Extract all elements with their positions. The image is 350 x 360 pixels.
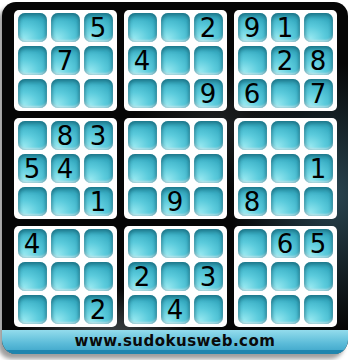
cell-r5c2[interactable]: 4 xyxy=(51,154,80,183)
cell-r3c5[interactable] xyxy=(161,79,190,108)
cell-r7c9[interactable]: 5 xyxy=(304,229,333,258)
cell-r5c4[interactable] xyxy=(128,154,157,183)
box-3-3: 65 xyxy=(234,226,337,327)
cell-r6c9[interactable] xyxy=(304,187,333,216)
cell-r1c8[interactable]: 1 xyxy=(271,13,300,42)
cell-r2c7[interactable] xyxy=(238,46,267,75)
cell-r1c3[interactable]: 5 xyxy=(84,13,113,42)
cell-r9c4[interactable] xyxy=(128,295,157,324)
cell-r8c6[interactable]: 3 xyxy=(194,262,223,291)
cell-r4c4[interactable] xyxy=(128,121,157,150)
cell-r3c9[interactable]: 7 xyxy=(304,79,333,108)
sudoku-board-plaque: 57249912867835419184223465 www.sudokuswe… xyxy=(2,2,348,354)
cell-r9c5[interactable]: 4 xyxy=(161,295,190,324)
cell-r4c5[interactable] xyxy=(161,121,190,150)
cell-r5c1[interactable]: 5 xyxy=(18,154,47,183)
cell-r9c6[interactable] xyxy=(194,295,223,324)
box-3-1: 42 xyxy=(14,226,117,327)
cell-r3c7[interactable]: 6 xyxy=(238,79,267,108)
cell-r7c4[interactable] xyxy=(128,229,157,258)
sudoku-grid: 57249912867835419184223465 xyxy=(14,10,337,327)
cell-r6c6[interactable] xyxy=(194,187,223,216)
cell-r5c3[interactable] xyxy=(84,154,113,183)
cell-r3c6[interactable]: 9 xyxy=(194,79,223,108)
cell-r8c5[interactable] xyxy=(161,262,190,291)
cell-r2c9[interactable]: 8 xyxy=(304,46,333,75)
cell-r2c6[interactable] xyxy=(194,46,223,75)
cell-r5c5[interactable] xyxy=(161,154,190,183)
cell-r9c7[interactable] xyxy=(238,295,267,324)
cell-r8c1[interactable] xyxy=(18,262,47,291)
cell-r9c9[interactable] xyxy=(304,295,333,324)
cell-r6c5[interactable]: 9 xyxy=(161,187,190,216)
cell-r2c2[interactable]: 7 xyxy=(51,46,80,75)
box-3-2: 234 xyxy=(124,226,227,327)
cell-r8c7[interactable] xyxy=(238,262,267,291)
box-2-2: 9 xyxy=(124,118,227,219)
cell-r7c2[interactable] xyxy=(51,229,80,258)
cell-r8c2[interactable] xyxy=(51,262,80,291)
cell-r3c2[interactable] xyxy=(51,79,80,108)
cell-r8c3[interactable] xyxy=(84,262,113,291)
cell-r4c6[interactable] xyxy=(194,121,223,150)
box-1-1: 57 xyxy=(14,10,117,111)
cell-r4c7[interactable] xyxy=(238,121,267,150)
cell-r2c5[interactable] xyxy=(161,46,190,75)
cell-r9c1[interactable] xyxy=(18,295,47,324)
cell-r8c4[interactable]: 2 xyxy=(128,262,157,291)
cell-r6c3[interactable]: 1 xyxy=(84,187,113,216)
cell-r4c8[interactable] xyxy=(271,121,300,150)
cell-r6c1[interactable] xyxy=(18,187,47,216)
cell-r5c7[interactable] xyxy=(238,154,267,183)
cell-r1c5[interactable] xyxy=(161,13,190,42)
cell-r7c7[interactable] xyxy=(238,229,267,258)
cell-r6c4[interactable] xyxy=(128,187,157,216)
cell-r4c9[interactable] xyxy=(304,121,333,150)
cell-r7c5[interactable] xyxy=(161,229,190,258)
website-url[interactable]: www.sudokusweb.com xyxy=(75,332,276,350)
cell-r3c8[interactable] xyxy=(271,79,300,108)
cell-r3c1[interactable] xyxy=(18,79,47,108)
cell-r9c2[interactable] xyxy=(51,295,80,324)
cell-r7c1[interactable]: 4 xyxy=(18,229,47,258)
footer-bar: www.sudokusweb.com xyxy=(2,330,348,354)
cell-r3c3[interactable] xyxy=(84,79,113,108)
cell-r1c2[interactable] xyxy=(51,13,80,42)
cell-r7c3[interactable] xyxy=(84,229,113,258)
cell-r6c8[interactable] xyxy=(271,187,300,216)
cell-r1c9[interactable] xyxy=(304,13,333,42)
cell-r9c8[interactable] xyxy=(271,295,300,324)
cell-r8c8[interactable] xyxy=(271,262,300,291)
cell-r2c1[interactable] xyxy=(18,46,47,75)
cell-r5c9[interactable]: 1 xyxy=(304,154,333,183)
cell-r6c2[interactable] xyxy=(51,187,80,216)
cell-r1c6[interactable]: 2 xyxy=(194,13,223,42)
cell-r2c8[interactable]: 2 xyxy=(271,46,300,75)
box-2-1: 83541 xyxy=(14,118,117,219)
cell-r3c4[interactable] xyxy=(128,79,157,108)
box-1-2: 249 xyxy=(124,10,227,111)
cell-r1c1[interactable] xyxy=(18,13,47,42)
box-2-3: 18 xyxy=(234,118,337,219)
cell-r5c8[interactable] xyxy=(271,154,300,183)
cell-r1c4[interactable] xyxy=(128,13,157,42)
cell-r7c6[interactable] xyxy=(194,229,223,258)
cell-r7c8[interactable]: 6 xyxy=(271,229,300,258)
cell-r1c7[interactable]: 9 xyxy=(238,13,267,42)
cell-r5c6[interactable] xyxy=(194,154,223,183)
cell-r4c1[interactable] xyxy=(18,121,47,150)
cell-r4c2[interactable]: 8 xyxy=(51,121,80,150)
cell-r9c3[interactable]: 2 xyxy=(84,295,113,324)
cell-r2c4[interactable]: 4 xyxy=(128,46,157,75)
cell-r8c9[interactable] xyxy=(304,262,333,291)
cell-r2c3[interactable] xyxy=(84,46,113,75)
cell-r4c3[interactable]: 3 xyxy=(84,121,113,150)
cell-r6c7[interactable]: 8 xyxy=(238,187,267,216)
box-1-3: 912867 xyxy=(234,10,337,111)
